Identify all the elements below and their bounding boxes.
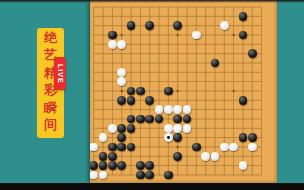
live-badge-label: LIVE — [57, 64, 64, 84]
black-stone — [117, 133, 126, 142]
board-point — [154, 114, 163, 123]
board-point — [164, 124, 173, 133]
board-point — [164, 86, 173, 95]
white-stone — [90, 171, 98, 180]
banner-char: 间 — [44, 118, 57, 132]
board-point — [117, 161, 126, 170]
board-point — [117, 124, 126, 133]
board-point — [90, 161, 98, 170]
board-point — [126, 114, 135, 123]
black-stone — [173, 21, 182, 30]
board-point — [173, 133, 182, 142]
board-point — [182, 105, 191, 114]
board-point — [136, 86, 145, 95]
white-stone — [108, 40, 117, 49]
board-point — [98, 133, 107, 142]
black-stone — [127, 21, 136, 30]
board-point — [164, 133, 173, 142]
black-stone — [239, 12, 248, 21]
white-stone — [99, 133, 108, 142]
black-stone — [248, 49, 257, 58]
board-point — [173, 114, 182, 123]
board-point — [145, 21, 154, 30]
black-stone — [117, 161, 126, 170]
black-stone — [145, 161, 154, 170]
black-stone — [145, 115, 154, 124]
board-point — [98, 170, 107, 179]
white-stone — [117, 77, 126, 86]
black-stone — [239, 133, 248, 142]
top-letterbox — [0, 0, 304, 3]
go-board[interactable] — [90, 0, 277, 183]
board-point — [136, 114, 145, 123]
board-point — [126, 124, 135, 133]
board-point — [145, 161, 154, 170]
board-point — [108, 142, 117, 151]
board-point — [145, 96, 154, 105]
board-point — [126, 96, 135, 105]
board-point — [238, 96, 247, 105]
board-point — [154, 105, 163, 114]
board-point — [98, 152, 107, 161]
board-point — [90, 170, 98, 179]
white-stone — [117, 40, 126, 49]
banner-char: 瞬 — [44, 101, 57, 115]
board-point — [136, 170, 145, 179]
board-point — [192, 142, 201, 151]
board-point — [238, 30, 247, 39]
white-stone — [220, 21, 229, 30]
black-stone — [117, 124, 126, 133]
black-stone — [136, 115, 145, 124]
board-point — [182, 124, 191, 133]
black-stone — [117, 96, 126, 105]
board-point — [210, 152, 219, 161]
board-point — [90, 142, 98, 151]
board-point — [136, 161, 145, 170]
banner-char: 绝 — [44, 31, 57, 45]
black-stone — [248, 133, 257, 142]
board-point — [117, 142, 126, 151]
board-point — [192, 30, 201, 39]
board-point — [108, 161, 117, 170]
black-stone — [164, 171, 173, 180]
board-point — [220, 21, 229, 30]
white-stone — [239, 161, 248, 170]
board-point — [108, 152, 117, 161]
white-stone — [108, 124, 117, 133]
black-stone — [239, 31, 248, 40]
board-point — [117, 40, 126, 49]
bottom-letterbox — [0, 183, 304, 190]
board-point — [164, 105, 173, 114]
board-point — [98, 161, 107, 170]
white-stone — [173, 105, 182, 114]
board-point — [126, 86, 135, 95]
black-stone — [145, 96, 154, 105]
white-stone — [90, 143, 98, 152]
stone-layer — [90, 2, 266, 179]
board-point — [248, 133, 257, 142]
white-stone — [211, 152, 220, 161]
black-stone — [145, 171, 154, 180]
black-stone — [173, 133, 182, 142]
black-stone — [127, 96, 136, 105]
black-stone — [99, 152, 108, 161]
black-stone — [239, 96, 248, 105]
board-point — [126, 21, 135, 30]
board-point — [108, 40, 117, 49]
board-point — [201, 152, 210, 161]
black-stone — [127, 143, 136, 152]
board-point — [238, 161, 247, 170]
board-point — [117, 133, 126, 142]
white-stone — [201, 152, 210, 161]
white-stone — [248, 143, 257, 152]
board-point — [117, 68, 126, 77]
live-badge: LIVE — [54, 57, 66, 90]
board-point — [229, 142, 238, 151]
board-point — [117, 77, 126, 86]
board-point — [164, 170, 173, 179]
black-stone — [164, 87, 173, 96]
black-stone — [99, 161, 108, 170]
black-stone — [127, 124, 136, 133]
black-stone — [155, 115, 164, 124]
board-point — [108, 124, 117, 133]
black-stone — [108, 31, 117, 40]
board-point — [145, 170, 154, 179]
white-stone — [173, 124, 182, 133]
black-stone — [108, 161, 117, 170]
board-point — [248, 49, 257, 58]
board-point — [173, 124, 182, 133]
black-stone — [90, 161, 98, 170]
board-point — [145, 114, 154, 123]
black-stone — [145, 21, 154, 30]
black-stone — [136, 171, 145, 180]
board-point — [117, 96, 126, 105]
video-frame: 绝艺精彩瞬间 LIVE — [0, 0, 304, 190]
board-point — [173, 152, 182, 161]
board-point — [220, 142, 229, 151]
white-stone — [220, 143, 229, 152]
black-stone — [108, 143, 117, 152]
board-point — [173, 105, 182, 114]
black-stone — [173, 115, 182, 124]
white-stone — [164, 105, 173, 114]
black-stone — [117, 143, 126, 152]
last-move-marker — [167, 136, 170, 139]
white-stone — [164, 124, 173, 133]
white-stone — [164, 133, 173, 142]
white-stone — [117, 68, 126, 77]
white-stone — [155, 105, 164, 114]
board-point — [248, 142, 257, 151]
black-stone — [173, 152, 182, 161]
white-stone — [183, 124, 192, 133]
black-stone — [192, 143, 201, 152]
board-point — [126, 142, 135, 151]
board-point — [173, 21, 182, 30]
black-stone — [127, 87, 136, 96]
black-stone — [183, 115, 192, 124]
white-stone — [183, 105, 192, 114]
white-stone — [229, 143, 238, 152]
board-point — [108, 30, 117, 39]
black-stone — [127, 115, 136, 124]
board-point — [210, 58, 219, 67]
black-stone — [136, 87, 145, 96]
white-stone — [192, 31, 201, 40]
black-stone — [211, 59, 220, 68]
board-point — [238, 12, 247, 21]
board-point — [238, 133, 247, 142]
white-stone — [99, 171, 108, 180]
black-stone — [136, 161, 145, 170]
board-point — [182, 114, 191, 123]
black-stone — [108, 152, 117, 161]
